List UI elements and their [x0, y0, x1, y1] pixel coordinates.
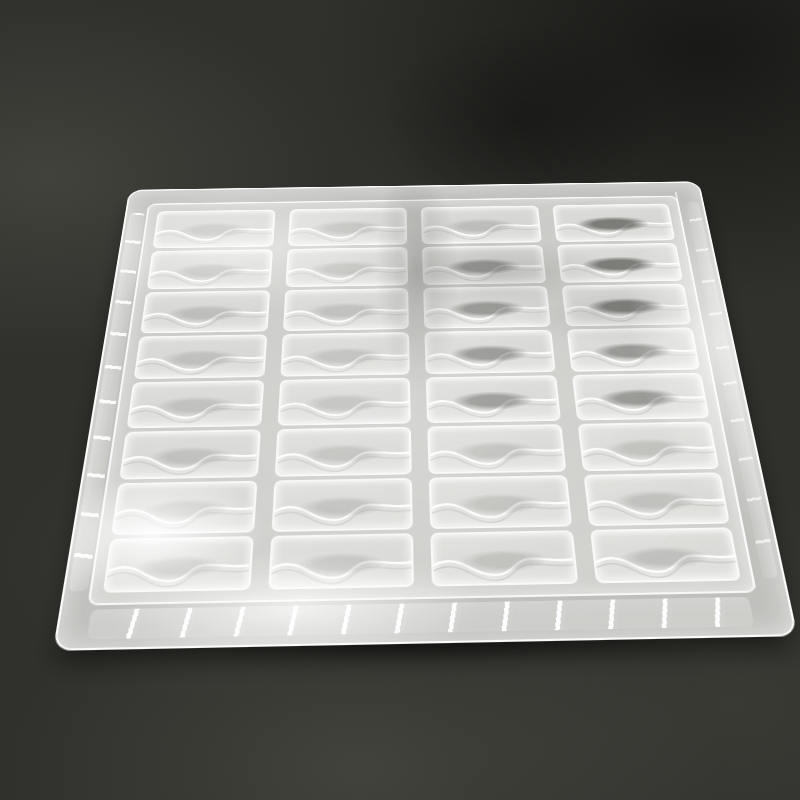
- tray-compartment: [421, 206, 542, 244]
- tray-compartment: [556, 243, 683, 283]
- tray-compartment: [424, 329, 555, 374]
- tray-compartment: [577, 421, 719, 471]
- tray-compartment: [561, 284, 691, 326]
- tray-compartment: [134, 334, 267, 379]
- tray-compartment: [285, 247, 408, 287]
- tray-compartment: [103, 536, 253, 593]
- tray-compartment: [127, 380, 264, 428]
- tray-compartment: [111, 481, 257, 535]
- tray-compartment: [280, 332, 410, 377]
- tray-compartment: [426, 375, 561, 422]
- tray-compartment: [268, 533, 414, 590]
- tray-compartment: [566, 327, 700, 372]
- tray-compartment: [283, 288, 409, 331]
- tray-compartment: [583, 472, 730, 525]
- tray-compartment: [287, 208, 407, 246]
- tray-compartment: [571, 373, 709, 420]
- tray-compartment: [427, 424, 566, 474]
- tray-compartment: [277, 378, 411, 426]
- tray-compartment: [274, 426, 412, 476]
- tray-compartment: [589, 527, 741, 584]
- tray-compartment: [552, 204, 675, 242]
- tray-compartment: [147, 249, 273, 290]
- tray-compartment: [119, 429, 260, 480]
- tray-compartment: [153, 210, 276, 248]
- photo-backdrop: [0, 0, 800, 800]
- tray-compartment: [429, 475, 572, 528]
- tray-compartment: [271, 478, 413, 532]
- tray-compartment: [422, 245, 546, 285]
- tray-compartment: [423, 286, 550, 328]
- tray-compartment: [430, 530, 577, 587]
- tray-well: [87, 196, 756, 606]
- blister-tray: [53, 181, 798, 651]
- tray-compartment: [140, 290, 269, 333]
- compartment-grid: [103, 204, 741, 593]
